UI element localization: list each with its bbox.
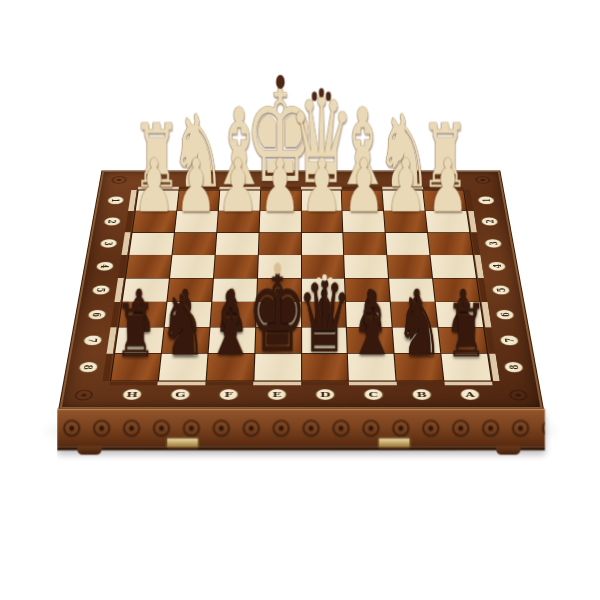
white-pawn: ♟: [427, 149, 468, 223]
white-pawn: ♟: [301, 149, 342, 223]
black-knight: ♞: [160, 284, 207, 368]
corner-spiral-icon: [69, 387, 98, 403]
rank-label-right-1: 1: [477, 196, 495, 204]
white-pawn: ♟: [218, 149, 259, 223]
rank-label-right-4: 4: [487, 262, 506, 272]
square-a8: ♜: [442, 354, 491, 381]
black-knight: ♞: [396, 284, 443, 368]
square-f2: ♟: [217, 211, 259, 232]
square-g2: ♟: [175, 211, 218, 232]
black-rook: ♜: [116, 295, 157, 368]
chess-set-photo: ♜♞♝♚♛♝♞♜♟♟♟♟♟♟♟♟♟♟♟♟♟♟♟♟♜♞♝♚♛♝♞♜ 11H22G3…: [0, 0, 600, 600]
rank-label-right-2: 2: [480, 217, 499, 226]
black-rook: ♜: [446, 295, 487, 368]
rank-label-right-6: 6: [495, 310, 515, 320]
white-pawn: ♟: [176, 149, 217, 223]
white-pawn: ♟: [385, 149, 426, 223]
black-queen: ♛: [297, 269, 352, 368]
square-b3: [386, 233, 430, 255]
square-h4: [126, 255, 171, 278]
square-b2: ♟: [384, 211, 427, 232]
brass-clasp-icon: [378, 437, 411, 448]
white-pawn: ♟: [134, 149, 175, 223]
white-pawn: ♟: [343, 149, 384, 223]
square-h8: ♜: [111, 354, 160, 381]
board-squares: ♜♞♝♚♛♝♞♜♟♟♟♟♟♟♟♟♟♟♟♟♟♟♟♟♜♞♝♚♛♝♞♜: [110, 190, 492, 381]
corner-spiral-icon: [471, 175, 495, 186]
black-bishop: ♝: [347, 280, 396, 368]
square-g3: [172, 233, 216, 255]
square-h2: ♟: [133, 211, 177, 232]
square-a2: ♟: [426, 211, 470, 232]
square-b8: ♞: [395, 354, 444, 381]
square-h3: [129, 233, 173, 255]
square-e2: ♟: [259, 211, 300, 232]
rank-label-left-6: 6: [87, 310, 107, 320]
rank-label-left-1: 1: [107, 196, 125, 204]
corner-spiral-icon: [504, 387, 533, 403]
square-g8: ♞: [159, 354, 207, 381]
box-foot: [77, 446, 101, 455]
square-a3: [428, 233, 472, 255]
square-c8: ♝: [348, 354, 396, 381]
square-c3: [344, 233, 387, 255]
frame-ornament-near: [107, 386, 496, 403]
square-d3: [301, 233, 343, 255]
white-pawn: ♟: [260, 149, 301, 223]
square-d2: ♟: [301, 211, 342, 232]
box-front-face: [57, 408, 545, 450]
chess-board: ♜♞♝♚♛♝♞♜♟♟♟♟♟♟♟♟♟♟♟♟♟♟♟♟♜♞♝♚♛♝♞♜ 11H22G3…: [58, 170, 544, 408]
rank-label-right-3: 3: [484, 239, 503, 248]
inlay-strip-near: [109, 382, 492, 386]
square-d8: ♛: [302, 354, 349, 381]
square-e8: ♚: [254, 354, 301, 381]
brass-clasp-icon: [166, 437, 199, 448]
corner-spiral-icon: [107, 175, 131, 186]
box-foot: [496, 446, 520, 455]
square-c2: ♟: [343, 211, 385, 232]
square-a4: [431, 255, 476, 278]
